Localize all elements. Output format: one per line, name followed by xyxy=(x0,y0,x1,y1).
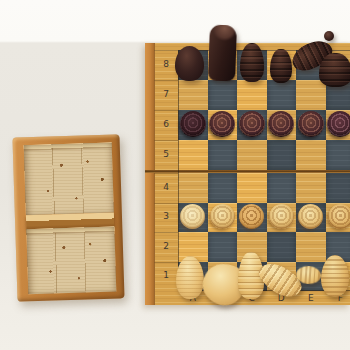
border-rule-line xyxy=(154,50,178,51)
piece-dark-tall-chipped-b8[interactable] xyxy=(208,25,237,82)
piece-light-egg-a1[interactable] xyxy=(176,256,204,299)
row-label-7: 7 xyxy=(157,89,175,99)
square-c7[interactable] xyxy=(237,80,267,110)
piece-dark-beehive-wide-f8[interactable] xyxy=(319,53,350,87)
square-d7[interactable] xyxy=(267,80,297,110)
square-e2[interactable] xyxy=(296,232,326,262)
square-b7[interactable] xyxy=(208,80,238,110)
square-c4[interactable] xyxy=(237,173,267,203)
row-label-3: 3 xyxy=(157,211,175,221)
disc-light-disc-b3[interactable] xyxy=(210,204,235,229)
row-label-5: 5 xyxy=(157,149,175,159)
square-d4[interactable] xyxy=(267,173,297,203)
square-f5[interactable] xyxy=(326,140,350,170)
row-label-1: 1 xyxy=(157,270,175,280)
border-rule-line xyxy=(154,140,178,141)
disc-light-disc-pale-a3[interactable] xyxy=(180,204,205,229)
square-a4[interactable] xyxy=(178,173,208,203)
disc-dark-disc-purple-f6[interactable] xyxy=(327,111,350,137)
border-rule-line xyxy=(154,232,178,233)
disc-light-disc-d3[interactable] xyxy=(269,204,294,229)
square-a7[interactable] xyxy=(178,80,208,110)
board-fold-seam xyxy=(145,170,350,173)
piece-dark-beehive-small-d8[interactable] xyxy=(270,49,292,83)
photo-scene: 87654321ABCDEF xyxy=(0,0,350,350)
disc-light-disc-orange-c3[interactable] xyxy=(239,204,264,229)
box-compartment-bottom xyxy=(26,227,116,295)
square-e4[interactable] xyxy=(296,173,326,203)
border-rule-line xyxy=(154,173,178,174)
border-rule-line xyxy=(154,203,178,204)
disc-dark-disc-black-a6[interactable] xyxy=(180,111,206,137)
border-rule-line xyxy=(154,262,178,263)
row-label-4: 4 xyxy=(157,182,175,192)
disc-light-disc-e3[interactable] xyxy=(298,204,323,229)
square-b4[interactable] xyxy=(208,173,238,203)
col-label-e: E xyxy=(302,293,320,303)
disc-dark-disc-e6[interactable] xyxy=(298,111,324,137)
board-side-edge xyxy=(145,43,155,305)
square-c5[interactable] xyxy=(237,140,267,170)
square-e7[interactable] xyxy=(296,80,326,110)
piece-light-egg-ringed-f1[interactable] xyxy=(321,255,349,297)
square-d5[interactable] xyxy=(267,140,297,170)
piece-dark-beehive-c8[interactable] xyxy=(240,43,264,82)
border-rule-line xyxy=(154,110,178,111)
square-a5[interactable] xyxy=(178,140,208,170)
piece-dark-dome-a8[interactable] xyxy=(175,46,204,81)
disc-light-disc-tan-f3[interactable] xyxy=(328,204,350,229)
storage-box xyxy=(12,134,124,301)
square-d2[interactable] xyxy=(267,232,297,262)
square-f4[interactable] xyxy=(326,173,350,203)
box-compartment-top xyxy=(24,143,114,216)
row-label-6: 6 xyxy=(157,119,175,129)
row-label-8: 8 xyxy=(157,59,175,69)
square-e5[interactable] xyxy=(296,140,326,170)
disc-dark-disc-c6[interactable] xyxy=(239,111,265,137)
border-rule-line xyxy=(154,80,178,81)
square-b5[interactable] xyxy=(208,140,238,170)
row-label-2: 2 xyxy=(157,241,175,251)
square-b2[interactable] xyxy=(208,232,238,262)
